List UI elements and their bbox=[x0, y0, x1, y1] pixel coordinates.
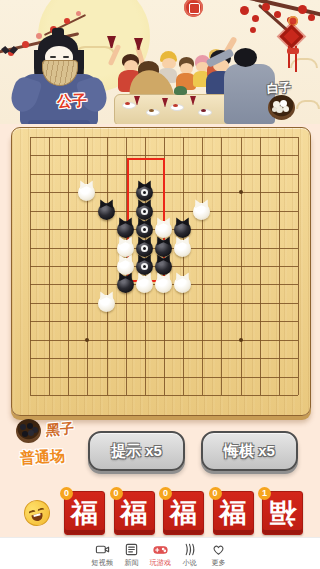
emoji-face[interactable] bbox=[21, 497, 53, 529]
gomoku-board[interactable] bbox=[11, 127, 311, 416]
tile-badge: 0 bbox=[60, 487, 73, 500]
opponent-label: 公子 bbox=[57, 91, 88, 111]
blossom bbox=[262, 3, 270, 11]
hint-button-label: 提示 bbox=[111, 442, 141, 459]
grid-line-h bbox=[30, 358, 298, 359]
blossom bbox=[64, 18, 70, 24]
grid-line-h bbox=[30, 303, 298, 304]
undo-button-count: x5 bbox=[258, 442, 275, 459]
white-stone bbox=[155, 276, 172, 293]
fu-tile-5[interactable]: 福1 bbox=[262, 491, 303, 535]
star-point bbox=[85, 338, 89, 342]
winning-stone-marker bbox=[141, 245, 148, 252]
tile-badge: 1 bbox=[258, 487, 271, 500]
gomoku-app: 公子 bbox=[0, 0, 320, 569]
black-stone bbox=[98, 203, 115, 220]
news-icon bbox=[124, 542, 139, 557]
nav-item-短视频[interactable]: 短视频 bbox=[88, 538, 117, 569]
arena-label: 普通场 bbox=[20, 447, 66, 468]
grid-line-h bbox=[30, 395, 298, 396]
nav-item-label: 更多 bbox=[211, 558, 225, 568]
video-icon bbox=[95, 542, 110, 557]
black-stone bbox=[117, 276, 134, 293]
nav-item-玩游戏[interactable]: 玩游戏 bbox=[146, 538, 175, 569]
blossom bbox=[298, 5, 307, 14]
nav-item-label: 小说 bbox=[182, 558, 196, 568]
nav-item-label: 玩游戏 bbox=[149, 558, 170, 568]
fu-tile-row: 福0福0福0福0福1 bbox=[64, 491, 303, 535]
grid-line-v bbox=[221, 137, 222, 395]
white-stone bbox=[98, 295, 115, 312]
grid-line-v bbox=[183, 137, 184, 395]
winning-stone-marker bbox=[141, 263, 148, 270]
white-stone bbox=[78, 184, 95, 201]
blossom bbox=[308, 14, 315, 21]
white-stone bbox=[174, 276, 191, 293]
grid-line-v bbox=[241, 137, 242, 395]
blossom bbox=[274, 11, 281, 18]
white-stone bbox=[136, 276, 153, 293]
seal-ornament bbox=[184, 0, 203, 17]
grid-line-h bbox=[30, 340, 298, 341]
grid-line-h bbox=[30, 377, 298, 378]
nav-item-label: 短视频 bbox=[91, 558, 112, 568]
blossom bbox=[250, 27, 256, 33]
undo-button-label: 悔棋 bbox=[224, 442, 254, 459]
white-stone bbox=[174, 240, 191, 257]
nav-item-label: 新闻 bbox=[124, 558, 138, 568]
winning-stone-marker bbox=[141, 226, 148, 233]
book-icon bbox=[182, 542, 197, 557]
undo-button[interactable]: 悔棋 x5 bbox=[201, 431, 298, 471]
cloud-curl bbox=[296, 100, 320, 109]
heart-icon bbox=[211, 542, 226, 557]
hint-button-count: x5 bbox=[145, 442, 162, 459]
nav-item-更多[interactable]: 更多 bbox=[204, 538, 233, 569]
winning-stone-marker bbox=[141, 208, 148, 215]
blossom bbox=[252, 15, 259, 22]
blossom bbox=[240, 6, 249, 15]
fu-tile-3[interactable]: 福0 bbox=[163, 491, 204, 535]
header-illustration: 公子 bbox=[0, 0, 320, 124]
grid-line-h bbox=[30, 321, 298, 322]
blossom bbox=[76, 11, 81, 16]
gamepad-icon bbox=[153, 542, 168, 557]
winning-stone-marker bbox=[141, 189, 148, 196]
fu-tile-2[interactable]: 福0 bbox=[114, 491, 155, 535]
grid-line-v bbox=[279, 137, 280, 395]
white-stone bbox=[193, 203, 210, 220]
bottom-nav: 短视频新闻玩游戏小说更多 bbox=[0, 537, 320, 569]
white-stone-bowl bbox=[268, 95, 295, 120]
nav-item-小说[interactable]: 小说 bbox=[175, 538, 204, 569]
star-point bbox=[239, 338, 243, 342]
tile-badge: 0 bbox=[110, 487, 123, 500]
hint-button[interactable]: 提示 x5 bbox=[88, 431, 185, 471]
fu-tile-4[interactable]: 福0 bbox=[213, 491, 254, 535]
black-stone-bowl bbox=[16, 419, 41, 443]
star-point bbox=[239, 190, 243, 194]
grid-line-v bbox=[260, 137, 261, 395]
grid-line-v bbox=[202, 137, 203, 395]
board-grid[interactable] bbox=[30, 137, 298, 395]
knot-knob bbox=[287, 48, 299, 54]
grid-line-v bbox=[298, 137, 299, 395]
tile-badge: 0 bbox=[159, 487, 172, 500]
player-stone-label: 黑子 bbox=[46, 420, 74, 441]
fu-tile-1[interactable]: 福0 bbox=[64, 491, 105, 535]
nav-item-新闻[interactable]: 新闻 bbox=[117, 538, 146, 569]
tile-badge: 0 bbox=[209, 487, 222, 500]
